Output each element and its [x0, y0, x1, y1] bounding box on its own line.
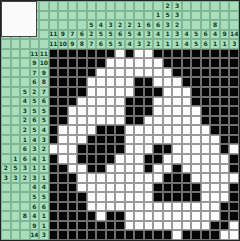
grid-cell-r11-c2-empty[interactable]	[58, 144, 68, 154]
grid-cell-r14-c16-empty[interactable]	[191, 173, 201, 183]
grid-cell-r12-c16-empty[interactable]	[191, 154, 201, 164]
grid-cell-r3-c12-empty[interactable]	[153, 68, 163, 78]
grid-cell-r4-c18-filled[interactable]	[210, 77, 220, 87]
grid-cell-r5-c19-filled[interactable]	[220, 87, 230, 97]
grid-cell-r13-c18-empty[interactable]	[210, 164, 220, 174]
grid-cell-r14-c11-empty[interactable]	[144, 173, 154, 183]
grid-cell-r9-c14-empty[interactable]	[172, 125, 182, 135]
grid-cell-r9-c18-filled[interactable]	[210, 125, 220, 135]
grid-cell-r8-c9-filled[interactable]	[125, 116, 135, 126]
grid-cell-r9-c3-empty[interactable]	[68, 125, 78, 135]
grid-cell-r11-c9-empty[interactable]	[125, 144, 135, 154]
grid-cell-r11-c12-filled[interactable]	[153, 144, 163, 154]
grid-cell-r5-c3-filled[interactable]	[68, 87, 78, 97]
grid-cell-r20-c14-empty[interactable]	[172, 230, 182, 240]
grid-cell-r3-c1-filled[interactable]	[49, 68, 59, 78]
grid-cell-r2-c14-filled[interactable]	[172, 58, 182, 68]
grid-cell-r10-c11-empty[interactable]	[144, 135, 154, 145]
grid-cell-r17-c3-filled[interactable]	[68, 202, 78, 212]
grid-cell-r8-c18-filled[interactable]	[210, 116, 220, 126]
grid-cell-r10-c19-filled[interactable]	[220, 135, 230, 145]
grid-cell-r9-c16-empty[interactable]	[191, 125, 201, 135]
grid-cell-r7-c8-empty[interactable]	[115, 106, 125, 116]
grid-cell-r5-c8-empty[interactable]	[115, 87, 125, 97]
grid-cell-r10-c2-empty[interactable]	[58, 135, 68, 145]
grid-cell-r13-c7-empty[interactable]	[106, 164, 116, 174]
grid-cell-r18-c13-empty[interactable]	[163, 211, 173, 221]
grid-cell-r6-c8-empty[interactable]	[115, 97, 125, 107]
grid-cell-r6-c6-empty[interactable]	[96, 97, 106, 107]
grid-cell-r11-c16-empty[interactable]	[191, 144, 201, 154]
grid-cell-r2-c12-empty[interactable]	[153, 58, 163, 68]
grid-cell-r19-c10-empty[interactable]	[134, 221, 144, 231]
grid-cell-r15-c6-empty[interactable]	[96, 183, 106, 193]
grid-cell-r12-c7-filled[interactable]	[106, 154, 116, 164]
grid-cell-r2-c9-empty[interactable]	[125, 58, 135, 68]
grid-cell-r2-c7-empty[interactable]	[106, 58, 116, 68]
grid-cell-r11-c5-filled[interactable]	[87, 144, 97, 154]
grid-cell-r12-c10-empty[interactable]	[134, 154, 144, 164]
grid-cell-r20-c18-filled[interactable]	[210, 230, 220, 240]
grid-cell-r10-c9-empty[interactable]	[125, 135, 135, 145]
grid-cell-r17-c18-empty[interactable]	[210, 202, 220, 212]
grid-cell-r13-c5-filled[interactable]	[87, 164, 97, 174]
grid-cell-r13-c11-filled[interactable]	[144, 164, 154, 174]
grid-cell-r15-c16-filled[interactable]	[191, 183, 201, 193]
grid-cell-r15-c11-empty[interactable]	[144, 183, 154, 193]
grid-cell-r1-c1-filled[interactable]	[49, 49, 59, 59]
grid-cell-r18-c14-empty[interactable]	[172, 211, 182, 221]
grid-cell-r13-c14-filled[interactable]	[172, 164, 182, 174]
grid-cell-r20-c15-filled[interactable]	[182, 230, 192, 240]
grid-cell-r3-c3-filled[interactable]	[68, 68, 78, 78]
grid-cell-r16-c10-empty[interactable]	[134, 192, 144, 202]
grid-cell-r9-c20-filled[interactable]	[229, 125, 239, 135]
grid-cell-r20-c8-filled[interactable]	[115, 230, 125, 240]
grid-cell-r10-c15-empty[interactable]	[182, 135, 192, 145]
grid-cell-r10-c1-filled[interactable]	[49, 135, 59, 145]
grid-cell-r20-c9-filled[interactable]	[125, 230, 135, 240]
grid-cell-r2-c16-filled[interactable]	[191, 58, 201, 68]
grid-cell-r1-c19-filled[interactable]	[220, 49, 230, 59]
grid-cell-r20-c13-filled[interactable]	[163, 230, 173, 240]
grid-cell-r16-c3-filled[interactable]	[68, 192, 78, 202]
grid-cell-r13-c8-empty[interactable]	[115, 164, 125, 174]
grid-cell-r6-c10-filled[interactable]	[134, 97, 144, 107]
grid-cell-r7-c6-empty[interactable]	[96, 106, 106, 116]
grid-cell-r6-c4-empty[interactable]	[77, 97, 87, 107]
grid-cell-r16-c20-filled[interactable]	[229, 192, 239, 202]
grid-cell-r15-c7-empty[interactable]	[106, 183, 116, 193]
grid-cell-r13-c15-empty[interactable]	[182, 164, 192, 174]
grid-cell-r20-c3-filled[interactable]	[68, 230, 78, 240]
grid-cell-r17-c7-empty[interactable]	[106, 202, 116, 212]
grid-cell-r1-c4-filled[interactable]	[77, 49, 87, 59]
grid-cell-r8-c20-filled[interactable]	[229, 116, 239, 126]
grid-cell-r17-c15-empty[interactable]	[182, 202, 192, 212]
grid-cell-r19-c2-filled[interactable]	[58, 221, 68, 231]
grid-cell-r10-c3-empty[interactable]	[68, 135, 78, 145]
grid-cell-r3-c7-empty[interactable]	[106, 68, 116, 78]
grid-cell-r15-c5-empty[interactable]	[87, 183, 97, 193]
grid-cell-r14-c13-filled[interactable]	[163, 173, 173, 183]
grid-cell-r7-c7-empty[interactable]	[106, 106, 116, 116]
grid-cell-r20-c20-empty[interactable]	[229, 230, 239, 240]
grid-cell-r7-c9-filled[interactable]	[125, 106, 135, 116]
grid-cell-r20-c11-filled[interactable]	[144, 230, 154, 240]
grid-cell-r20-c16-filled[interactable]	[191, 230, 201, 240]
grid-cell-r16-c19-empty[interactable]	[220, 192, 230, 202]
grid-cell-r4-c10-filled[interactable]	[134, 77, 144, 87]
grid-cell-r8-c16-empty[interactable]	[191, 116, 201, 126]
grid-cell-r14-c2-filled[interactable]	[58, 173, 68, 183]
grid-cell-r6-c14-empty[interactable]	[172, 97, 182, 107]
grid-cell-r7-c5-empty[interactable]	[87, 106, 97, 116]
grid-cell-r13-c10-empty[interactable]	[134, 164, 144, 174]
grid-cell-r14-c3-filled[interactable]	[68, 173, 78, 183]
grid-cell-r19-c17-empty[interactable]	[201, 221, 211, 231]
grid-cell-r8-c19-filled[interactable]	[220, 116, 230, 126]
grid-cell-r14-c7-empty[interactable]	[106, 173, 116, 183]
grid-cell-r1-c12-filled[interactable]	[153, 49, 163, 59]
grid-cell-r8-c3-empty[interactable]	[68, 116, 78, 126]
grid-cell-r10-c5-filled[interactable]	[87, 135, 97, 145]
grid-cell-r10-c4-empty[interactable]	[77, 135, 87, 145]
grid-cell-r18-c12-empty[interactable]	[153, 211, 163, 221]
grid-cell-r20-c17-filled[interactable]	[201, 230, 211, 240]
grid-cell-r16-c16-filled[interactable]	[191, 192, 201, 202]
grid-cell-r12-c17-empty[interactable]	[201, 154, 211, 164]
grid-cell-r1-c17-filled[interactable]	[201, 49, 211, 59]
grid-cell-r19-c12-empty[interactable]	[153, 221, 163, 231]
grid-cell-r5-c11-filled[interactable]	[144, 87, 154, 97]
grid-cell-r11-c14-empty[interactable]	[172, 144, 182, 154]
grid-cell-r11-c20-empty[interactable]	[229, 144, 239, 154]
grid-cell-r3-c6-empty[interactable]	[96, 68, 106, 78]
grid-cell-r19-c7-filled[interactable]	[106, 221, 116, 231]
grid-cell-r19-c1-filled[interactable]	[49, 221, 59, 231]
grid-cell-r16-c17-empty[interactable]	[201, 192, 211, 202]
grid-cell-r8-c14-empty[interactable]	[172, 116, 182, 126]
grid-cell-r8-c13-empty[interactable]	[163, 116, 173, 126]
grid-cell-r4-c20-filled[interactable]	[229, 77, 239, 87]
grid-cell-r19-c5-filled[interactable]	[87, 221, 97, 231]
grid-cell-r2-c11-empty[interactable]	[144, 58, 154, 68]
grid-cell-r16-c6-empty[interactable]	[96, 192, 106, 202]
grid-cell-r9-c9-empty[interactable]	[125, 125, 135, 135]
grid-cell-r5-c15-empty[interactable]	[182, 87, 192, 97]
grid-cell-r7-c11-filled[interactable]	[144, 106, 154, 116]
grid-cell-r10-c17-empty[interactable]	[201, 135, 211, 145]
grid-cell-r8-c10-filled[interactable]	[134, 116, 144, 126]
grid-cell-r20-c19-empty[interactable]	[220, 230, 230, 240]
grid-cell-r6-c17-filled[interactable]	[201, 97, 211, 107]
grid-cell-r3-c11-empty[interactable]	[144, 68, 154, 78]
grid-cell-r8-c2-filled[interactable]	[58, 116, 68, 126]
grid-cell-r10-c20-filled[interactable]	[229, 135, 239, 145]
grid-cell-r3-c4-filled[interactable]	[77, 68, 87, 78]
grid-cell-r18-c3-filled[interactable]	[68, 211, 78, 221]
grid-cell-r8-c12-empty[interactable]	[153, 116, 163, 126]
grid-cell-r14-c9-empty[interactable]	[125, 173, 135, 183]
grid-cell-r12-c15-empty[interactable]	[182, 154, 192, 164]
grid-cell-r20-c12-filled[interactable]	[153, 230, 163, 240]
grid-cell-r11-c18-empty[interactable]	[210, 144, 220, 154]
grid-cell-r10-c7-filled[interactable]	[106, 135, 116, 145]
grid-cell-r19-c14-empty[interactable]	[172, 221, 182, 231]
grid-cell-r7-c1-filled[interactable]	[49, 106, 59, 116]
grid-cell-r9-c10-empty[interactable]	[134, 125, 144, 135]
grid-cell-r13-c1-filled[interactable]	[49, 164, 59, 174]
grid-cell-r20-c7-filled[interactable]	[106, 230, 116, 240]
grid-cell-r3-c10-empty[interactable]	[134, 68, 144, 78]
grid-cell-r13-c20-filled[interactable]	[229, 164, 239, 174]
grid-cell-r17-c9-empty[interactable]	[125, 202, 135, 212]
grid-cell-r3-c17-filled[interactable]	[201, 68, 211, 78]
grid-cell-r3-c2-filled[interactable]	[58, 68, 68, 78]
grid-cell-r4-c17-filled[interactable]	[201, 77, 211, 87]
grid-cell-r8-c1-filled[interactable]	[49, 116, 59, 126]
grid-cell-r6-c16-filled[interactable]	[191, 97, 201, 107]
grid-cell-r16-c8-empty[interactable]	[115, 192, 125, 202]
grid-cell-r10-c12-empty[interactable]	[153, 135, 163, 145]
grid-cell-r12-c19-empty[interactable]	[220, 154, 230, 164]
grid-cell-r6-c12-empty[interactable]	[153, 97, 163, 107]
grid-cell-r2-c1-filled[interactable]	[49, 58, 59, 68]
grid-cell-r19-c6-filled[interactable]	[96, 221, 106, 231]
grid-cell-r6-c3-filled[interactable]	[68, 97, 78, 107]
grid-cell-r13-c2-filled[interactable]	[58, 164, 68, 174]
grid-cell-r9-c5-empty[interactable]	[87, 125, 97, 135]
grid-cell-r19-c15-empty[interactable]	[182, 221, 192, 231]
grid-cell-r15-c13-filled[interactable]	[163, 183, 173, 193]
grid-cell-r4-c11-filled[interactable]	[144, 77, 154, 87]
grid-cell-r20-c5-filled[interactable]	[87, 230, 97, 240]
grid-cell-r18-c10-empty[interactable]	[134, 211, 144, 221]
grid-cell-r11-c4-filled[interactable]	[77, 144, 87, 154]
grid-cell-r13-c3-empty[interactable]	[68, 164, 78, 174]
grid-cell-r16-c4-filled[interactable]	[77, 192, 87, 202]
grid-cell-r16-c18-empty[interactable]	[210, 192, 220, 202]
grid-cell-r10-c13-empty[interactable]	[163, 135, 173, 145]
grid-cell-r14-c15-filled[interactable]	[182, 173, 192, 183]
grid-cell-r10-c14-empty[interactable]	[172, 135, 182, 145]
grid-cell-r5-c12-filled[interactable]	[153, 87, 163, 97]
grid-cell-r5-c5-empty[interactable]	[87, 87, 97, 97]
grid-cell-r13-c16-empty[interactable]	[191, 164, 201, 174]
grid-cell-r2-c19-filled[interactable]	[220, 58, 230, 68]
grid-cell-r7-c18-filled[interactable]	[210, 106, 220, 116]
grid-cell-r19-c20-empty[interactable]	[229, 221, 239, 231]
grid-cell-r13-c13-empty[interactable]	[163, 164, 173, 174]
grid-cell-r18-c4-filled[interactable]	[77, 211, 87, 221]
grid-cell-r9-c17-empty[interactable]	[201, 125, 211, 135]
grid-cell-r11-c11-empty[interactable]	[144, 144, 154, 154]
grid-cell-r1-c18-filled[interactable]	[210, 49, 220, 59]
grid-cell-r18-c18-empty[interactable]	[210, 211, 220, 221]
grid-cell-r4-c8-empty[interactable]	[115, 77, 125, 87]
grid-cell-r9-c6-filled[interactable]	[96, 125, 106, 135]
grid-cell-r17-c11-empty[interactable]	[144, 202, 154, 212]
grid-cell-r18-c19-filled[interactable]	[220, 211, 230, 221]
grid-cell-r17-c5-empty[interactable]	[87, 202, 97, 212]
grid-cell-r16-c5-empty[interactable]	[87, 192, 97, 202]
grid-cell-r14-c4-empty[interactable]	[77, 173, 87, 183]
grid-cell-r9-c2-empty[interactable]	[58, 125, 68, 135]
grid-cell-r13-c12-empty[interactable]	[153, 164, 163, 174]
grid-cell-r12-c8-empty[interactable]	[115, 154, 125, 164]
grid-cell-r13-c9-empty[interactable]	[125, 164, 135, 174]
grid-cell-r5-c14-empty[interactable]	[172, 87, 182, 97]
grid-cell-r11-c15-empty[interactable]	[182, 144, 192, 154]
grid-cell-r3-c18-filled[interactable]	[210, 68, 220, 78]
grid-cell-r2-c3-filled[interactable]	[68, 58, 78, 68]
grid-cell-r16-c11-empty[interactable]	[144, 192, 154, 202]
grid-cell-r8-c5-empty[interactable]	[87, 116, 97, 126]
grid-cell-r1-c2-filled[interactable]	[58, 49, 68, 59]
grid-cell-r12-c18-empty[interactable]	[210, 154, 220, 164]
grid-cell-r8-c6-empty[interactable]	[96, 116, 106, 126]
grid-cell-r18-c2-filled[interactable]	[58, 211, 68, 221]
grid-cell-r1-c9-filled[interactable]	[125, 49, 135, 59]
grid-cell-r5-c13-empty[interactable]	[163, 87, 173, 97]
grid-cell-r9-c8-filled[interactable]	[115, 125, 125, 135]
grid-cell-r1-c8-empty[interactable]	[115, 49, 125, 59]
grid-cell-r19-c16-empty[interactable]	[191, 221, 201, 231]
grid-cell-r14-c20-empty[interactable]	[229, 173, 239, 183]
grid-cell-r2-c6-filled[interactable]	[96, 58, 106, 68]
grid-cell-r18-c6-empty[interactable]	[96, 211, 106, 221]
grid-cell-r12-c1-filled[interactable]	[49, 154, 59, 164]
grid-cell-r19-c13-empty[interactable]	[163, 221, 173, 231]
grid-cell-r14-c12-empty[interactable]	[153, 173, 163, 183]
grid-cell-r18-c1-filled[interactable]	[49, 211, 59, 221]
grid-cell-r11-c6-filled[interactable]	[96, 144, 106, 154]
grid-cell-r8-c4-empty[interactable]	[77, 116, 87, 126]
grid-cell-r19-c9-empty[interactable]	[125, 221, 135, 231]
grid-cell-r18-c11-empty[interactable]	[144, 211, 154, 221]
grid-cell-r17-c12-empty[interactable]	[153, 202, 163, 212]
grid-cell-r12-c6-filled[interactable]	[96, 154, 106, 164]
grid-cell-r1-c13-filled[interactable]	[163, 49, 173, 59]
grid-cell-r15-c2-filled[interactable]	[58, 183, 68, 193]
grid-cell-r17-c8-empty[interactable]	[115, 202, 125, 212]
grid-cell-r1-c3-filled[interactable]	[68, 49, 78, 59]
grid-cell-r2-c8-empty[interactable]	[115, 58, 125, 68]
grid-cell-r3-c9-empty[interactable]	[125, 68, 135, 78]
grid-cell-r20-c6-filled[interactable]	[96, 230, 106, 240]
grid-cell-r10-c18-empty[interactable]	[210, 135, 220, 145]
grid-cell-r2-c18-filled[interactable]	[210, 58, 220, 68]
grid-cell-r5-c9-empty[interactable]	[125, 87, 135, 97]
grid-cell-r15-c20-filled[interactable]	[229, 183, 239, 193]
grid-cell-r5-c1-filled[interactable]	[49, 87, 59, 97]
grid-cell-r1-c16-filled[interactable]	[191, 49, 201, 59]
grid-cell-r6-c20-filled[interactable]	[229, 97, 239, 107]
grid-cell-r16-c2-filled[interactable]	[58, 192, 68, 202]
grid-cell-r17-c19-filled[interactable]	[220, 202, 230, 212]
grid-cell-r12-c11-filled[interactable]	[144, 154, 154, 164]
grid-cell-r1-c20-filled[interactable]	[229, 49, 239, 59]
grid-cell-r5-c20-filled[interactable]	[229, 87, 239, 97]
grid-cell-r20-c1-filled[interactable]	[49, 230, 59, 240]
grid-cell-r2-c20-filled[interactable]	[229, 58, 239, 68]
grid-cell-r19-c19-filled[interactable]	[220, 221, 230, 231]
grid-cell-r15-c4-empty[interactable]	[77, 183, 87, 193]
grid-cell-r17-c14-empty[interactable]	[172, 202, 182, 212]
grid-cell-r8-c8-empty[interactable]	[115, 116, 125, 126]
grid-cell-r17-c4-filled[interactable]	[77, 202, 87, 212]
grid-cell-r16-c9-empty[interactable]	[125, 192, 135, 202]
grid-cell-r4-c14-empty[interactable]	[172, 77, 182, 87]
grid-cell-r6-c18-filled[interactable]	[210, 97, 220, 107]
grid-cell-r13-c19-empty[interactable]	[220, 164, 230, 174]
grid-cell-r9-c4-empty[interactable]	[77, 125, 87, 135]
grid-cell-r17-c10-empty[interactable]	[134, 202, 144, 212]
grid-cell-r1-c7-filled[interactable]	[106, 49, 116, 59]
grid-cell-r5-c16-filled[interactable]	[191, 87, 201, 97]
grid-cell-r4-c1-filled[interactable]	[49, 77, 59, 87]
grid-cell-r15-c15-filled[interactable]	[182, 183, 192, 193]
grid-cell-r17-c1-filled[interactable]	[49, 202, 59, 212]
grid-cell-r12-c5-filled[interactable]	[87, 154, 97, 164]
grid-cell-r16-c12-filled[interactable]	[153, 192, 163, 202]
grid-cell-r9-c13-empty[interactable]	[163, 125, 173, 135]
grid-cell-r6-c9-filled[interactable]	[125, 97, 135, 107]
grid-cell-r4-c4-filled[interactable]	[77, 77, 87, 87]
grid-cell-r1-c10-empty[interactable]	[134, 49, 144, 59]
grid-cell-r16-c7-empty[interactable]	[106, 192, 116, 202]
grid-cell-r5-c10-filled[interactable]	[134, 87, 144, 97]
grid-cell-r4-c16-filled[interactable]	[191, 77, 201, 87]
grid-cell-r16-c15-filled[interactable]	[182, 192, 192, 202]
grid-cell-r14-c17-empty[interactable]	[201, 173, 211, 183]
grid-cell-r3-c16-filled[interactable]	[191, 68, 201, 78]
grid-cell-r17-c20-filled[interactable]	[229, 202, 239, 212]
grid-cell-r10-c6-filled[interactable]	[96, 135, 106, 145]
grid-cell-r11-c13-filled[interactable]	[163, 144, 173, 154]
grid-cell-r4-c2-filled[interactable]	[58, 77, 68, 87]
grid-cell-r4-c6-empty[interactable]	[96, 77, 106, 87]
grid-cell-r13-c4-empty[interactable]	[77, 164, 87, 174]
grid-cell-r5-c2-filled[interactable]	[58, 87, 68, 97]
grid-cell-r17-c13-empty[interactable]	[163, 202, 173, 212]
grid-cell-r6-c2-filled[interactable]	[58, 97, 68, 107]
grid-cell-r11-c1-empty[interactable]	[49, 144, 59, 154]
grid-cell-r9-c15-empty[interactable]	[182, 125, 192, 135]
grid-cell-r19-c3-filled[interactable]	[68, 221, 78, 231]
grid-cell-r9-c7-filled[interactable]	[106, 125, 116, 135]
grid-cell-r9-c11-empty[interactable]	[144, 125, 154, 135]
grid-cell-r4-c13-empty[interactable]	[163, 77, 173, 87]
grid-cell-r15-c18-empty[interactable]	[210, 183, 220, 193]
grid-cell-r15-c12-filled[interactable]	[153, 183, 163, 193]
grid-cell-r11-c8-filled[interactable]	[115, 144, 125, 154]
grid-cell-r12-c12-filled[interactable]	[153, 154, 163, 164]
grid-cell-r2-c17-filled[interactable]	[201, 58, 211, 68]
grid-cell-r20-c4-filled[interactable]	[77, 230, 87, 240]
grid-cell-r4-c5-empty[interactable]	[87, 77, 97, 87]
grid-cell-r12-c20-filled[interactable]	[229, 154, 239, 164]
grid-cell-r18-c8-filled[interactable]	[115, 211, 125, 221]
grid-cell-r3-c13-empty[interactable]	[163, 68, 173, 78]
grid-cell-r7-c19-filled[interactable]	[220, 106, 230, 116]
grid-cell-r4-c7-empty[interactable]	[106, 77, 116, 87]
grid-cell-r9-c19-filled[interactable]	[220, 125, 230, 135]
grid-cell-r2-c5-filled[interactable]	[87, 58, 97, 68]
grid-cell-r11-c3-empty[interactable]	[68, 144, 78, 154]
grid-cell-r7-c10-filled[interactable]	[134, 106, 144, 116]
